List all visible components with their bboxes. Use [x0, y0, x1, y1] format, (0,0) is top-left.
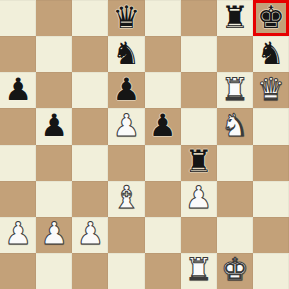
black-pawn[interactable]: ♟: [113, 74, 141, 105]
square-d5[interactable]: ♟: [108, 108, 144, 144]
black-knight[interactable]: ♞: [113, 38, 141, 69]
black-pawn[interactable]: ♟: [4, 74, 32, 105]
square-e8[interactable]: [145, 0, 181, 36]
square-f5[interactable]: [181, 108, 217, 144]
square-h4[interactable]: [253, 145, 289, 181]
square-d6[interactable]: ♟: [108, 72, 144, 108]
black-knight[interactable]: ♞: [257, 38, 285, 69]
square-e1[interactable]: [145, 253, 181, 289]
white-rook[interactable]: ♜: [221, 74, 249, 105]
white-pawn[interactable]: ♟: [4, 218, 32, 249]
square-a4[interactable]: [0, 145, 36, 181]
square-a8[interactable]: [0, 0, 36, 36]
square-d1[interactable]: [108, 253, 144, 289]
square-b5[interactable]: ♟: [36, 108, 72, 144]
square-e2[interactable]: [145, 217, 181, 253]
square-h8[interactable]: ♚: [253, 0, 289, 36]
square-f2[interactable]: [181, 217, 217, 253]
square-c7[interactable]: [72, 36, 108, 72]
square-g8[interactable]: ♜: [217, 0, 253, 36]
white-bishop[interactable]: ♝: [113, 182, 141, 213]
white-knight[interactable]: ♞: [221, 110, 249, 141]
chess-board: ♛♜♚♞♞♟♟♜♛♟♟♟♞♜♝♟♟♟♟♜♚: [0, 0, 289, 289]
white-rook[interactable]: ♜: [185, 254, 213, 285]
square-b7[interactable]: [36, 36, 72, 72]
black-rook[interactable]: ♜: [185, 146, 213, 177]
square-d7[interactable]: ♞: [108, 36, 144, 72]
square-a5[interactable]: [0, 108, 36, 144]
square-e6[interactable]: [145, 72, 181, 108]
square-c2[interactable]: ♟: [72, 217, 108, 253]
square-g7[interactable]: [217, 36, 253, 72]
square-g4[interactable]: [217, 145, 253, 181]
square-a3[interactable]: [0, 181, 36, 217]
square-h5[interactable]: [253, 108, 289, 144]
square-f6[interactable]: [181, 72, 217, 108]
white-pawn[interactable]: ♟: [76, 218, 104, 249]
black-queen[interactable]: ♛: [113, 2, 141, 33]
square-g3[interactable]: [217, 181, 253, 217]
square-c8[interactable]: [72, 0, 108, 36]
square-h1[interactable]: [253, 253, 289, 289]
black-pawn[interactable]: ♟: [149, 110, 177, 141]
square-g5[interactable]: ♞: [217, 108, 253, 144]
square-c3[interactable]: [72, 181, 108, 217]
black-king[interactable]: ♚: [257, 2, 285, 33]
square-b1[interactable]: [36, 253, 72, 289]
square-f3[interactable]: ♟: [181, 181, 217, 217]
square-h2[interactable]: [253, 217, 289, 253]
square-a2[interactable]: ♟: [0, 217, 36, 253]
square-d4[interactable]: [108, 145, 144, 181]
square-h3[interactable]: [253, 181, 289, 217]
square-g1[interactable]: ♚: [217, 253, 253, 289]
square-e3[interactable]: [145, 181, 181, 217]
square-d2[interactable]: [108, 217, 144, 253]
square-b3[interactable]: [36, 181, 72, 217]
square-d8[interactable]: ♛: [108, 0, 144, 36]
square-a1[interactable]: [0, 253, 36, 289]
square-c1[interactable]: [72, 253, 108, 289]
white-king[interactable]: ♚: [221, 254, 249, 285]
square-c5[interactable]: [72, 108, 108, 144]
square-c4[interactable]: [72, 145, 108, 181]
square-b6[interactable]: [36, 72, 72, 108]
square-e5[interactable]: ♟: [145, 108, 181, 144]
white-pawn[interactable]: ♟: [113, 110, 141, 141]
square-h7[interactable]: ♞: [253, 36, 289, 72]
square-g2[interactable]: [217, 217, 253, 253]
square-b8[interactable]: [36, 0, 72, 36]
square-b2[interactable]: ♟: [36, 217, 72, 253]
square-f7[interactable]: [181, 36, 217, 72]
square-h6[interactable]: ♛: [253, 72, 289, 108]
white-queen[interactable]: ♛: [257, 74, 285, 105]
square-f4[interactable]: ♜: [181, 145, 217, 181]
square-c6[interactable]: [72, 72, 108, 108]
square-d3[interactable]: ♝: [108, 181, 144, 217]
white-pawn[interactable]: ♟: [185, 182, 213, 213]
white-pawn[interactable]: ♟: [40, 218, 68, 249]
square-b4[interactable]: [36, 145, 72, 181]
square-f8[interactable]: [181, 0, 217, 36]
square-e4[interactable]: [145, 145, 181, 181]
black-pawn[interactable]: ♟: [40, 110, 68, 141]
square-a6[interactable]: ♟: [0, 72, 36, 108]
square-g6[interactable]: ♜: [217, 72, 253, 108]
square-f1[interactable]: ♜: [181, 253, 217, 289]
black-rook[interactable]: ♜: [221, 2, 249, 33]
square-e7[interactable]: [145, 36, 181, 72]
square-a7[interactable]: [0, 36, 36, 72]
